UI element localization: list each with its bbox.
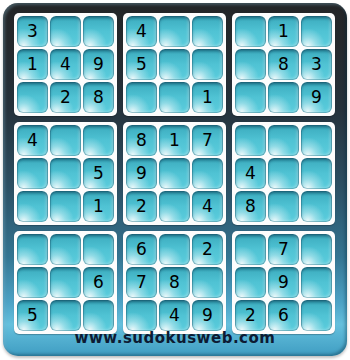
cell-r5c1[interactable] bbox=[17, 158, 48, 189]
cell-r1c1[interactable]: 3 bbox=[17, 16, 48, 47]
cell-r4c2[interactable] bbox=[50, 125, 81, 156]
cell-r8c6[interactable] bbox=[192, 267, 223, 298]
cell-r3c9[interactable]: 9 bbox=[301, 82, 332, 113]
box-7: 65 bbox=[14, 231, 117, 334]
cell-r2c8[interactable]: 8 bbox=[268, 49, 299, 80]
cell-r1c2[interactable] bbox=[50, 16, 81, 47]
cell-r5c6[interactable] bbox=[192, 158, 223, 189]
cell-r3c3[interactable]: 8 bbox=[83, 82, 114, 113]
cell-r6c7[interactable]: 8 bbox=[235, 191, 266, 222]
cell-r6c3[interactable]: 1 bbox=[83, 191, 114, 222]
cell-r8c5[interactable]: 8 bbox=[159, 267, 190, 298]
cell-r5c4[interactable]: 9 bbox=[126, 158, 157, 189]
box-4: 451 bbox=[14, 122, 117, 225]
cell-r8c4[interactable]: 7 bbox=[126, 267, 157, 298]
cell-r9c7[interactable]: 2 bbox=[235, 300, 266, 331]
cell-r1c4[interactable]: 4 bbox=[126, 16, 157, 47]
cell-r4c1[interactable]: 4 bbox=[17, 125, 48, 156]
cell-r7c3[interactable] bbox=[83, 234, 114, 265]
cell-r9c3[interactable] bbox=[83, 300, 114, 331]
cell-r5c9[interactable] bbox=[301, 158, 332, 189]
sudoku-app: 314928451183945181792448656278497926 www… bbox=[0, 0, 350, 360]
cell-r7c6[interactable]: 2 bbox=[192, 234, 223, 265]
cell-r6c4[interactable]: 2 bbox=[126, 191, 157, 222]
board-frame: 314928451183945181792448656278497926 www… bbox=[3, 3, 347, 356]
cell-r9c4[interactable] bbox=[126, 300, 157, 331]
cell-r4c7[interactable] bbox=[235, 125, 266, 156]
cell-r2c2[interactable]: 4 bbox=[50, 49, 81, 80]
cell-r4c5[interactable]: 1 bbox=[159, 125, 190, 156]
cell-r2c5[interactable] bbox=[159, 49, 190, 80]
box-3: 1839 bbox=[232, 13, 335, 116]
cell-r8c1[interactable] bbox=[17, 267, 48, 298]
cell-r7c4[interactable]: 6 bbox=[126, 234, 157, 265]
cell-r2c6[interactable] bbox=[192, 49, 223, 80]
cell-r8c3[interactable]: 6 bbox=[83, 267, 114, 298]
cell-r7c5[interactable] bbox=[159, 234, 190, 265]
box-6: 48 bbox=[232, 122, 335, 225]
cell-r5c3[interactable]: 5 bbox=[83, 158, 114, 189]
cell-r5c7[interactable]: 4 bbox=[235, 158, 266, 189]
cell-r5c2[interactable] bbox=[50, 158, 81, 189]
cell-r7c8[interactable]: 7 bbox=[268, 234, 299, 265]
cell-r6c1[interactable] bbox=[17, 191, 48, 222]
cell-r3c6[interactable]: 1 bbox=[192, 82, 223, 113]
cell-r3c1[interactable] bbox=[17, 82, 48, 113]
box-9: 7926 bbox=[232, 231, 335, 334]
cell-r7c2[interactable] bbox=[50, 234, 81, 265]
cell-r6c5[interactable] bbox=[159, 191, 190, 222]
cell-r2c1[interactable]: 1 bbox=[17, 49, 48, 80]
cell-r3c4[interactable] bbox=[126, 82, 157, 113]
cell-r6c2[interactable] bbox=[50, 191, 81, 222]
cell-r3c5[interactable] bbox=[159, 82, 190, 113]
cell-r7c9[interactable] bbox=[301, 234, 332, 265]
cell-r1c5[interactable] bbox=[159, 16, 190, 47]
cell-r1c8[interactable]: 1 bbox=[268, 16, 299, 47]
cell-r1c3[interactable] bbox=[83, 16, 114, 47]
cell-r4c9[interactable] bbox=[301, 125, 332, 156]
cell-r8c8[interactable]: 9 bbox=[268, 267, 299, 298]
cell-r3c8[interactable] bbox=[268, 82, 299, 113]
cell-r8c9[interactable] bbox=[301, 267, 332, 298]
sudoku-board: 314928451183945181792448656278497926 bbox=[14, 13, 335, 334]
box-1: 314928 bbox=[14, 13, 117, 116]
cell-r2c9[interactable]: 3 bbox=[301, 49, 332, 80]
cell-r9c8[interactable]: 6 bbox=[268, 300, 299, 331]
cell-r2c7[interactable] bbox=[235, 49, 266, 80]
cell-r1c6[interactable] bbox=[192, 16, 223, 47]
site-url-label: www.sudokusweb.com bbox=[3, 329, 347, 347]
cell-r1c9[interactable] bbox=[301, 16, 332, 47]
cell-r2c4[interactable]: 5 bbox=[126, 49, 157, 80]
box-2: 451 bbox=[123, 13, 226, 116]
cell-r9c1[interactable]: 5 bbox=[17, 300, 48, 331]
cell-r6c9[interactable] bbox=[301, 191, 332, 222]
cell-r9c2[interactable] bbox=[50, 300, 81, 331]
cell-r8c7[interactable] bbox=[235, 267, 266, 298]
cell-r9c5[interactable]: 4 bbox=[159, 300, 190, 331]
cell-r4c4[interactable]: 8 bbox=[126, 125, 157, 156]
cell-r1c7[interactable] bbox=[235, 16, 266, 47]
cell-r8c2[interactable] bbox=[50, 267, 81, 298]
cell-r6c8[interactable] bbox=[268, 191, 299, 222]
cell-r4c3[interactable] bbox=[83, 125, 114, 156]
cell-r7c1[interactable] bbox=[17, 234, 48, 265]
cell-r3c7[interactable] bbox=[235, 82, 266, 113]
cell-r9c6[interactable]: 9 bbox=[192, 300, 223, 331]
cell-r4c6[interactable]: 7 bbox=[192, 125, 223, 156]
box-5: 817924 bbox=[123, 122, 226, 225]
cell-r5c8[interactable] bbox=[268, 158, 299, 189]
cell-r2c3[interactable]: 9 bbox=[83, 49, 114, 80]
box-8: 627849 bbox=[123, 231, 226, 334]
cell-r6c6[interactable]: 4 bbox=[192, 191, 223, 222]
cell-r4c8[interactable] bbox=[268, 125, 299, 156]
cell-r7c7[interactable] bbox=[235, 234, 266, 265]
cell-r5c5[interactable] bbox=[159, 158, 190, 189]
cell-r9c9[interactable] bbox=[301, 300, 332, 331]
cell-r3c2[interactable]: 2 bbox=[50, 82, 81, 113]
